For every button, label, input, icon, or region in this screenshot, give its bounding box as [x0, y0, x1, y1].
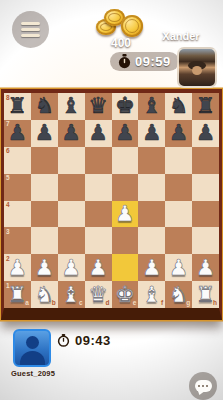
- square-a1[interactable]: 1a♜: [4, 281, 31, 308]
- black-pawn-g7: ♟: [165, 120, 192, 147]
- black-knight-b8: ♞: [31, 93, 58, 120]
- file-label-c: c: [79, 300, 83, 307]
- square-b4[interactable]: [31, 201, 58, 228]
- rank-label-7: 7: [6, 121, 10, 128]
- square-c3[interactable]: [58, 227, 85, 254]
- chat-button[interactable]: [189, 372, 217, 400]
- square-h1[interactable]: h♜: [192, 281, 219, 308]
- square-d1[interactable]: d♛: [85, 281, 112, 308]
- black-pawn-b7: ♟: [31, 120, 58, 147]
- square-e6[interactable]: [112, 147, 139, 174]
- white-rook-h1: ♜: [192, 281, 219, 308]
- square-c4[interactable]: [58, 201, 85, 228]
- white-bishop-c1: ♝: [58, 281, 85, 308]
- square-a2[interactable]: 2♟: [4, 254, 31, 281]
- rank-label-1: 1: [6, 283, 10, 290]
- player-avatar: [13, 329, 51, 367]
- white-pawn-e4: ♟: [112, 201, 139, 228]
- square-e8[interactable]: ♚: [112, 93, 139, 120]
- square-e3[interactable]: [112, 227, 139, 254]
- white-queen-d1: ♛: [85, 281, 112, 308]
- square-b6[interactable]: [31, 147, 58, 174]
- square-a4[interactable]: 4: [4, 201, 31, 228]
- square-g7[interactable]: ♟: [165, 120, 192, 147]
- file-label-h: h: [213, 300, 217, 307]
- square-g6[interactable]: [165, 147, 192, 174]
- opponent-timer: 09:59: [110, 52, 179, 71]
- chess-board: 8♜♞♝♛♚♝♞♜7♟♟♟♟♟♟♟♟654♟32♟♟♟♟♟♟♟1a♜b♞c♝d♛…: [4, 93, 219, 308]
- opponent-clock: 09:59: [135, 54, 171, 69]
- black-queen-d8: ♛: [85, 93, 112, 120]
- rank-label-5: 5: [6, 175, 10, 182]
- black-pawn-c7: ♟: [58, 120, 85, 147]
- black-bishop-c8: ♝: [58, 93, 85, 120]
- square-a5[interactable]: 5: [4, 174, 31, 201]
- square-f5[interactable]: [138, 174, 165, 201]
- board-frame: 8♜♞♝♛♚♝♞♜7♟♟♟♟♟♟♟♟654♟32♟♟♟♟♟♟♟1a♜b♞c♝d♛…: [1, 89, 222, 320]
- rank-label-2: 2: [6, 256, 10, 263]
- square-e5[interactable]: [112, 174, 139, 201]
- square-f8[interactable]: ♝: [138, 93, 165, 120]
- square-f6[interactable]: [138, 147, 165, 174]
- square-c7[interactable]: ♟: [58, 120, 85, 147]
- coins-amount: 400: [91, 36, 151, 50]
- square-c5[interactable]: [58, 174, 85, 201]
- square-d2[interactable]: ♟: [85, 254, 112, 281]
- square-h7[interactable]: ♟: [192, 120, 219, 147]
- square-f7[interactable]: ♟: [138, 120, 165, 147]
- square-c2[interactable]: ♟: [58, 254, 85, 281]
- square-f2[interactable]: ♟: [138, 254, 165, 281]
- rank-label-6: 6: [6, 148, 10, 155]
- square-b2[interactable]: ♟: [31, 254, 58, 281]
- square-h6[interactable]: [192, 147, 219, 174]
- white-pawn-g2: ♟: [165, 254, 192, 281]
- square-d4[interactable]: [85, 201, 112, 228]
- white-knight-g1: ♞: [165, 281, 192, 308]
- black-rook-a8: ♜: [4, 93, 31, 120]
- square-e7[interactable]: ♟: [112, 120, 139, 147]
- file-label-e: e: [133, 300, 137, 307]
- rank-label-3: 3: [6, 229, 10, 236]
- square-b1[interactable]: b♞: [31, 281, 58, 308]
- black-pawn-a7: ♟: [4, 120, 31, 147]
- rank-label-8: 8: [6, 95, 10, 102]
- chat-bubble-icon: [195, 380, 212, 392]
- square-c8[interactable]: ♝: [58, 93, 85, 120]
- square-f1[interactable]: f♝: [138, 281, 165, 308]
- square-d6[interactable]: [85, 147, 112, 174]
- file-label-a: a: [25, 300, 29, 307]
- white-pawn-f2: ♟: [138, 254, 165, 281]
- white-bishop-f1: ♝: [138, 281, 165, 308]
- black-pawn-d7: ♟: [85, 120, 112, 147]
- player-timer: 09:43: [57, 333, 111, 348]
- black-king-e8: ♚: [112, 93, 139, 120]
- player-clock: 09:43: [75, 333, 111, 348]
- square-b3[interactable]: [31, 227, 58, 254]
- square-g8[interactable]: ♞: [165, 93, 192, 120]
- square-g3[interactable]: [165, 227, 192, 254]
- square-f3[interactable]: [138, 227, 165, 254]
- white-knight-b1: ♞: [31, 281, 58, 308]
- black-knight-g8: ♞: [165, 93, 192, 120]
- square-h8[interactable]: ♜: [192, 93, 219, 120]
- square-a8[interactable]: 8♜: [4, 93, 31, 120]
- black-bishop-f8: ♝: [138, 93, 165, 120]
- square-e1[interactable]: e♚: [112, 281, 139, 308]
- white-pawn-b2: ♟: [31, 254, 58, 281]
- black-pawn-f7: ♟: [138, 120, 165, 147]
- rank-label-4: 4: [6, 202, 10, 209]
- hamburger-menu-icon: [21, 22, 40, 25]
- white-king-e1: ♚: [112, 281, 139, 308]
- white-pawn-d2: ♟: [85, 254, 112, 281]
- square-h2[interactable]: ♟: [192, 254, 219, 281]
- white-rook-a1: ♜: [4, 281, 31, 308]
- menu-button[interactable]: [12, 11, 49, 48]
- player-name: Guest_2095: [11, 369, 91, 378]
- file-label-d: d: [106, 300, 110, 307]
- clock-icon: [57, 334, 70, 347]
- file-label-f: f: [161, 300, 163, 307]
- square-g4[interactable]: [165, 201, 192, 228]
- square-c6[interactable]: [58, 147, 85, 174]
- gold-coins-icon[interactable]: [94, 7, 150, 37]
- square-h5[interactable]: [192, 174, 219, 201]
- square-d5[interactable]: [85, 174, 112, 201]
- square-a6[interactable]: 6: [4, 147, 31, 174]
- square-b7[interactable]: ♟: [31, 120, 58, 147]
- black-rook-h8: ♜: [192, 93, 219, 120]
- square-d3[interactable]: [85, 227, 112, 254]
- square-h3[interactable]: [192, 227, 219, 254]
- white-pawn-a2: ♟: [4, 254, 31, 281]
- file-label-g: g: [186, 300, 190, 307]
- white-pawn-h2: ♟: [192, 254, 219, 281]
- stopwatch-icon: [118, 54, 131, 69]
- black-pawn-e7: ♟: [112, 120, 139, 147]
- file-label-b: b: [52, 300, 56, 307]
- square-e4[interactable]: ♟: [112, 201, 139, 228]
- square-d8[interactable]: ♛: [85, 93, 112, 120]
- square-g2[interactable]: ♟: [165, 254, 192, 281]
- white-pawn-c2: ♟: [58, 254, 85, 281]
- square-a3[interactable]: 3: [4, 227, 31, 254]
- square-g5[interactable]: [165, 174, 192, 201]
- square-h4[interactable]: [192, 201, 219, 228]
- square-b5[interactable]: [31, 174, 58, 201]
- opponent-name: Xander: [146, 30, 216, 42]
- square-e2[interactable]: [112, 254, 139, 281]
- square-a7[interactable]: 7♟: [4, 120, 31, 147]
- square-f4[interactable]: [138, 201, 165, 228]
- square-d7[interactable]: ♟: [85, 120, 112, 147]
- square-b8[interactable]: ♞: [31, 93, 58, 120]
- black-pawn-h7: ♟: [192, 120, 219, 147]
- game-screen: 400 Xander 09:59 8♜♞♝♛♚♝♞♜7♟♟♟♟♟♟♟♟654♟3…: [0, 0, 223, 400]
- square-g1[interactable]: g♞: [165, 281, 192, 308]
- opponent-avatar: [177, 47, 217, 88]
- square-c1[interactable]: c♝: [58, 281, 85, 308]
